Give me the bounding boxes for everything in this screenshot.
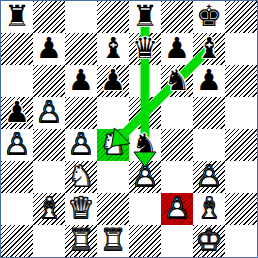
piece-white-pawn[interactable]: ♟♙ — [33, 97, 65, 129]
piece-black-pawn[interactable]: ♟ — [97, 65, 129, 97]
piece-glyph-outline: ♕ — [65, 193, 97, 225]
piece-glyph-outline: ♔ — [193, 225, 225, 257]
square-g2[interactable]: ♝♗ — [193, 193, 225, 225]
piece-black-pawn[interactable]: ♟ — [1, 97, 33, 129]
chess-board: ♜♜♚♟♝♛♟♝♟♟♞♟♟♟♙♟♙♟♙♞♘♞♞♘♟♙♟♙♝♗♛♕♟♙♝♗♜♖♜♖… — [1, 1, 257, 257]
square-c8[interactable] — [65, 1, 97, 33]
square-e8[interactable]: ♜ — [129, 1, 161, 33]
square-c6[interactable]: ♟ — [65, 65, 97, 97]
square-d1[interactable]: ♜♖ — [97, 225, 129, 257]
square-d7[interactable]: ♝ — [97, 33, 129, 65]
piece-white-pawn[interactable]: ♟♙ — [161, 193, 193, 225]
piece-white-bishop[interactable]: ♝♗ — [33, 193, 65, 225]
square-b6[interactable] — [33, 65, 65, 97]
piece-glyph-outline: ♖ — [97, 225, 129, 257]
square-g3[interactable]: ♟♙ — [193, 161, 225, 193]
piece-glyph-outline: ♙ — [1, 129, 33, 161]
piece-white-pawn[interactable]: ♟♙ — [129, 161, 161, 193]
square-e1[interactable] — [129, 225, 161, 257]
square-g1[interactable]: ♚♔ — [193, 225, 225, 257]
piece-glyph-outline: ♗ — [193, 193, 225, 225]
piece-glyph-outline: ♖ — [65, 225, 97, 257]
highlighted-square-f2[interactable]: ♟♙ — [161, 193, 193, 225]
square-d2[interactable] — [97, 193, 129, 225]
piece-white-pawn[interactable]: ♟♙ — [65, 129, 97, 161]
square-h5[interactable] — [225, 97, 257, 129]
square-b8[interactable] — [33, 1, 65, 33]
piece-glyph-outline: ♙ — [193, 161, 225, 193]
square-c3[interactable]: ♞♘ — [65, 161, 97, 193]
square-b5[interactable]: ♟♙ — [33, 97, 65, 129]
piece-black-pawn[interactable]: ♟ — [33, 33, 65, 65]
square-h4[interactable] — [225, 129, 257, 161]
piece-black-pawn[interactable]: ♟ — [161, 33, 193, 65]
square-c4[interactable]: ♟♙ — [65, 129, 97, 161]
square-g6[interactable]: ♟ — [193, 65, 225, 97]
square-e7[interactable]: ♛ — [129, 33, 161, 65]
square-h1[interactable] — [225, 225, 257, 257]
square-e2[interactable] — [129, 193, 161, 225]
piece-glyph-outline: ♙ — [129, 161, 161, 193]
square-a4[interactable]: ♟♙ — [1, 129, 33, 161]
square-d6[interactable]: ♟ — [97, 65, 129, 97]
piece-white-bishop[interactable]: ♝♗ — [193, 193, 225, 225]
square-c2[interactable]: ♛♕ — [65, 193, 97, 225]
highlighted-square-d4[interactable]: ♞♘ — [97, 129, 129, 161]
square-a2[interactable] — [1, 193, 33, 225]
piece-white-rook[interactable]: ♜♖ — [65, 225, 97, 257]
piece-white-pawn[interactable]: ♟♙ — [193, 161, 225, 193]
square-f5[interactable] — [161, 97, 193, 129]
piece-glyph-outline: ♙ — [33, 97, 65, 129]
piece-black-pawn[interactable]: ♟ — [193, 65, 225, 97]
square-b2[interactable]: ♝♗ — [33, 193, 65, 225]
square-f1[interactable] — [161, 225, 193, 257]
square-g4[interactable] — [193, 129, 225, 161]
square-f4[interactable] — [161, 129, 193, 161]
piece-black-queen[interactable]: ♛ — [129, 33, 161, 65]
square-c1[interactable]: ♜♖ — [65, 225, 97, 257]
chess-board-frame: ♜♜♚♟♝♛♟♝♟♟♞♟♟♟♙♟♙♟♙♞♘♞♞♘♟♙♟♙♝♗♛♕♟♙♝♗♜♖♜♖… — [0, 0, 258, 258]
square-f8[interactable] — [161, 1, 193, 33]
piece-white-knight[interactable]: ♞♘ — [97, 129, 129, 161]
piece-black-knight[interactable]: ♞ — [129, 129, 161, 161]
piece-black-knight[interactable]: ♞ — [161, 65, 193, 97]
square-a6[interactable] — [1, 65, 33, 97]
square-b4[interactable] — [33, 129, 65, 161]
square-e4[interactable]: ♞ — [129, 129, 161, 161]
piece-glyph-outline: ♘ — [97, 129, 129, 161]
piece-white-pawn[interactable]: ♟♙ — [1, 129, 33, 161]
square-c5[interactable] — [65, 97, 97, 129]
square-g7[interactable]: ♝ — [193, 33, 225, 65]
square-e3[interactable]: ♟♙ — [129, 161, 161, 193]
square-e5[interactable] — [129, 97, 161, 129]
piece-glyph-outline: ♙ — [65, 129, 97, 161]
square-b1[interactable] — [33, 225, 65, 257]
square-d8[interactable] — [97, 1, 129, 33]
square-f6[interactable]: ♞ — [161, 65, 193, 97]
piece-white-rook[interactable]: ♜♖ — [97, 225, 129, 257]
square-a5[interactable]: ♟ — [1, 97, 33, 129]
square-g8[interactable]: ♚ — [193, 1, 225, 33]
piece-black-king[interactable]: ♚ — [193, 1, 225, 33]
square-f3[interactable] — [161, 161, 193, 193]
square-h2[interactable] — [225, 193, 257, 225]
square-a3[interactable] — [1, 161, 33, 193]
piece-white-king[interactable]: ♚♔ — [193, 225, 225, 257]
square-b3[interactable] — [33, 161, 65, 193]
piece-white-queen[interactable]: ♛♕ — [65, 193, 97, 225]
square-d3[interactable] — [97, 161, 129, 193]
piece-glyph-outline: ♘ — [65, 161, 97, 193]
piece-black-bishop[interactable]: ♝ — [193, 33, 225, 65]
square-a8[interactable]: ♜ — [1, 1, 33, 33]
square-h6[interactable] — [225, 65, 257, 97]
square-b7[interactable]: ♟ — [33, 33, 65, 65]
square-a1[interactable] — [1, 225, 33, 257]
piece-glyph-outline: ♗ — [33, 193, 65, 225]
square-h8[interactable] — [225, 1, 257, 33]
square-f7[interactable]: ♟ — [161, 33, 193, 65]
square-h7[interactable] — [225, 33, 257, 65]
piece-black-rook[interactable]: ♜ — [1, 1, 33, 33]
square-c7[interactable] — [65, 33, 97, 65]
piece-glyph-outline: ♙ — [161, 193, 193, 225]
piece-black-bishop[interactable]: ♝ — [97, 33, 129, 65]
piece-white-knight[interactable]: ♞♘ — [65, 161, 97, 193]
piece-black-rook[interactable]: ♜ — [129, 1, 161, 33]
square-a7[interactable] — [1, 33, 33, 65]
square-d5[interactable] — [97, 97, 129, 129]
piece-black-pawn[interactable]: ♟ — [65, 65, 97, 97]
square-e6[interactable] — [129, 65, 161, 97]
square-h3[interactable] — [225, 161, 257, 193]
square-g5[interactable] — [193, 97, 225, 129]
